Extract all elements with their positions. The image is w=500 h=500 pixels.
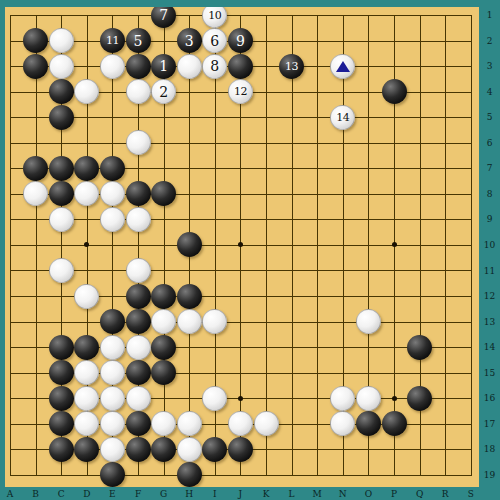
column-label-J: J	[232, 490, 248, 499]
stone-C9	[49, 207, 74, 232]
stone-D12	[74, 284, 99, 309]
stone-F15	[126, 360, 151, 385]
row-label-17: 17	[479, 420, 500, 429]
stone-D7	[74, 156, 99, 181]
row-label-1: 1	[479, 11, 500, 20]
star-point	[238, 396, 243, 401]
stone-D14	[74, 335, 99, 360]
stone-C17	[49, 411, 74, 436]
stone-H3	[177, 54, 202, 79]
stone-C14	[49, 335, 74, 360]
column-label-F: F	[130, 490, 146, 499]
stone-E13	[100, 309, 125, 334]
stone-I18	[202, 437, 227, 462]
row-label-8: 8	[479, 190, 500, 199]
column-label-H: H	[181, 490, 197, 499]
stone-G18	[151, 437, 176, 462]
move-number: 12	[234, 86, 247, 97]
move-number: 8	[210, 59, 219, 73]
stone-H2: 3	[177, 28, 202, 53]
stone-P17	[382, 411, 407, 436]
stone-F16	[126, 386, 151, 411]
stone-H13	[177, 309, 202, 334]
stone-L3: 13	[279, 54, 304, 79]
stone-E2: 11	[100, 28, 125, 53]
column-label-L: L	[284, 490, 300, 499]
move-number: 1	[159, 59, 168, 73]
stone-B2	[23, 28, 48, 53]
move-number: 5	[134, 34, 143, 48]
stone-F17	[126, 411, 151, 436]
stone-C8	[49, 181, 74, 206]
column-label-G: G	[156, 490, 172, 499]
row-label-19: 19	[479, 471, 500, 480]
stone-O16	[356, 386, 381, 411]
stone-E18	[100, 437, 125, 462]
stone-D18	[74, 437, 99, 462]
stone-C16	[49, 386, 74, 411]
row-label-12: 12	[479, 292, 500, 301]
stone-O13	[356, 309, 381, 334]
stone-F4	[126, 79, 151, 104]
stone-F2: 5	[126, 28, 151, 53]
stone-E3	[100, 54, 125, 79]
stone-C3	[49, 54, 74, 79]
move-number: 13	[285, 61, 298, 72]
move-number: 6	[210, 34, 219, 48]
column-label-K: K	[258, 490, 274, 499]
stone-H18	[177, 437, 202, 462]
move-number: 2	[159, 85, 168, 99]
stone-Q14	[407, 335, 432, 360]
go-diagram: 710115369181321214 ABCDEFGHIJKLMNOPQRS 1…	[0, 0, 500, 500]
row-label-5: 5	[479, 113, 500, 122]
row-label-13: 13	[479, 318, 500, 327]
row-label-15: 15	[479, 369, 500, 378]
row-label-4: 4	[479, 88, 500, 97]
stone-C2	[49, 28, 74, 53]
row-label-18: 18	[479, 445, 500, 454]
stone-B3	[23, 54, 48, 79]
stone-F14	[126, 335, 151, 360]
column-label-D: D	[79, 490, 95, 499]
stone-Q16	[407, 386, 432, 411]
stone-C18	[49, 437, 74, 462]
stone-G3: 1	[151, 54, 176, 79]
stone-B7	[23, 156, 48, 181]
stone-I3: 8	[202, 54, 227, 79]
column-label-S: S	[463, 490, 479, 499]
column-label-A: A	[2, 490, 18, 499]
stone-J3	[228, 54, 253, 79]
stone-H12	[177, 284, 202, 309]
column-label-I: I	[207, 490, 223, 499]
column-label-N: N	[335, 490, 351, 499]
move-number: 14	[336, 112, 349, 123]
stone-C11	[49, 258, 74, 283]
stone-C5	[49, 105, 74, 130]
stone-F9	[126, 207, 151, 232]
column-label-C: C	[53, 490, 69, 499]
stone-F6	[126, 130, 151, 155]
stone-E7	[100, 156, 125, 181]
stone-N5: 14	[330, 105, 355, 130]
stone-F11	[126, 258, 151, 283]
row-label-16: 16	[479, 394, 500, 403]
star-point	[392, 396, 397, 401]
row-label-6: 6	[479, 139, 500, 148]
stone-C4	[49, 79, 74, 104]
row-label-11: 11	[479, 267, 500, 276]
stone-F18	[126, 437, 151, 462]
stone-D16	[74, 386, 99, 411]
top-frame-bar	[0, 0, 500, 7]
column-label-O: O	[360, 490, 376, 499]
row-label-7: 7	[479, 164, 500, 173]
stone-N16	[330, 386, 355, 411]
column-label-Q: Q	[412, 490, 428, 499]
stone-J4: 12	[228, 79, 253, 104]
stone-F8	[126, 181, 151, 206]
stone-F13	[126, 309, 151, 334]
stone-G12	[151, 284, 176, 309]
row-label-9: 9	[479, 215, 500, 224]
row-label-2: 2	[479, 37, 500, 46]
move-number: 10	[208, 10, 221, 21]
stone-H17	[177, 411, 202, 436]
stone-J18	[228, 437, 253, 462]
stone-C15	[49, 360, 74, 385]
move-number: 11	[106, 35, 119, 46]
stone-F12	[126, 284, 151, 309]
row-label-14: 14	[479, 343, 500, 352]
stone-G14	[151, 335, 176, 360]
move-number: 3	[185, 34, 194, 48]
triangle-marker-icon	[336, 61, 350, 72]
stone-C7	[49, 156, 74, 181]
move-number: 7	[159, 8, 168, 22]
stone-J2: 9	[228, 28, 253, 53]
stone-E15	[100, 360, 125, 385]
stone-I16	[202, 386, 227, 411]
column-label-E: E	[104, 490, 120, 499]
stone-P4	[382, 79, 407, 104]
stone-K17	[254, 411, 279, 436]
row-label-3: 3	[479, 62, 500, 71]
stone-H10	[177, 232, 202, 257]
row-label-10: 10	[479, 241, 500, 250]
column-label-R: R	[437, 490, 453, 499]
stone-E16	[100, 386, 125, 411]
column-label-P: P	[386, 490, 402, 499]
move-number: 9	[236, 34, 245, 48]
left-frame-bar	[0, 0, 5, 500]
stone-N3	[330, 54, 355, 79]
column-label-M: M	[309, 490, 325, 499]
stone-E14	[100, 335, 125, 360]
stone-H19	[177, 462, 202, 487]
stone-F3	[126, 54, 151, 79]
stone-E9	[100, 207, 125, 232]
column-label-B: B	[28, 490, 44, 499]
